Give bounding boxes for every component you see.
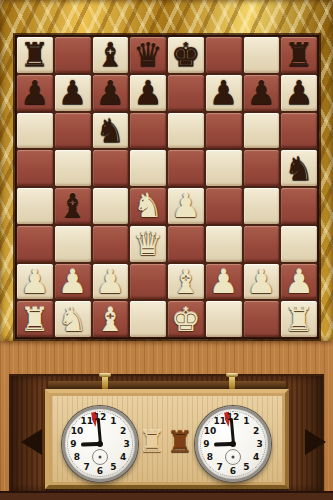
clock-numeral-1: 1	[110, 416, 116, 425]
black-pawn-b7[interactable]: ♟	[58, 76, 88, 109]
white-knight-b1[interactable]: ♞	[58, 303, 88, 336]
square-a2[interactable]: ♟	[17, 264, 53, 300]
square-g8[interactable]	[244, 37, 280, 73]
square-e4[interactable]: ♟	[168, 188, 204, 224]
clock-numeral-12: 12	[227, 413, 240, 422]
square-h1[interactable]: ♜	[281, 301, 317, 337]
square-a1[interactable]: ♜	[17, 301, 53, 337]
square-c1[interactable]: ♝	[93, 301, 129, 337]
clock-numeral-8: 8	[207, 453, 213, 462]
clock-numeral-6: 6	[230, 466, 236, 475]
white-pawn-a2[interactable]: ♟	[20, 265, 50, 298]
square-f7[interactable]: ♟	[206, 75, 242, 111]
square-f6[interactable]	[206, 113, 242, 149]
square-h2[interactable]: ♟	[281, 264, 317, 300]
square-g4[interactable]	[244, 188, 280, 224]
clock-numeral-4: 4	[253, 453, 259, 462]
black-pawn-a7[interactable]: ♟	[20, 76, 50, 109]
black-pawn-d7[interactable]: ♟	[133, 76, 163, 109]
white-rook-a1[interactable]: ♜	[20, 303, 50, 336]
clock-numeral-5: 5	[243, 463, 249, 472]
white-bishop-e2[interactable]: ♝	[171, 265, 201, 298]
right-clock-center-cap	[230, 441, 236, 447]
white-rook-h1[interactable]: ♜	[284, 303, 314, 336]
square-f4[interactable]	[206, 188, 242, 224]
black-pawn-f7[interactable]: ♟	[209, 76, 239, 109]
square-d1[interactable]	[130, 301, 166, 337]
white-bishop-c1[interactable]: ♝	[96, 303, 126, 336]
clock-numeral-8: 8	[74, 453, 80, 462]
square-d6[interactable]	[130, 113, 166, 149]
black-bishop-b4[interactable]: ♝	[58, 189, 88, 222]
square-c6[interactable]: ♞	[93, 113, 129, 149]
square-h4[interactable]	[281, 188, 317, 224]
square-e3[interactable]	[168, 226, 204, 262]
square-e1[interactable]: ♚	[168, 301, 204, 337]
square-a5[interactable]	[17, 150, 53, 186]
square-c8[interactable]: ♝	[93, 37, 129, 73]
square-f2[interactable]: ♟	[206, 264, 242, 300]
square-b6[interactable]	[55, 113, 91, 149]
black-pawn-g7[interactable]: ♟	[247, 76, 277, 109]
white-knight-d4[interactable]: ♞	[133, 189, 163, 222]
chess-app: ♜♝♛♚♜♟♟♟♟♟♟♟♞♞♝♞♟♛♟♟♟♝♟♟♟♜♞♝♚♜ 121234567…	[0, 0, 333, 500]
clock-numeral-9: 9	[203, 440, 209, 449]
square-e2[interactable]: ♝	[168, 264, 204, 300]
square-g6[interactable]	[244, 113, 280, 149]
square-h5[interactable]: ♞	[281, 150, 317, 186]
square-g5[interactable]	[244, 150, 280, 186]
square-c7[interactable]: ♟	[93, 75, 129, 111]
clock-numeral-12: 12	[94, 413, 107, 422]
prev-move-arrow-icon[interactable]	[21, 429, 42, 455]
white-pawn-e4[interactable]: ♟	[171, 189, 201, 222]
clock-button-left[interactable]	[102, 375, 108, 389]
clock-numeral-9: 9	[70, 440, 76, 449]
square-h3[interactable]	[281, 226, 317, 262]
black-rook-h8[interactable]: ♜	[284, 38, 314, 71]
square-g3[interactable]	[244, 226, 280, 262]
square-h8[interactable]: ♜	[281, 37, 317, 73]
right-clock-dial: 121234567891011	[198, 409, 268, 479]
square-e6[interactable]	[168, 113, 204, 149]
square-b7[interactable]: ♟	[55, 75, 91, 111]
square-e7[interactable]	[168, 75, 204, 111]
white-pawn-f2[interactable]: ♟	[209, 265, 239, 298]
black-pawn-h7[interactable]: ♟	[284, 76, 314, 109]
square-a8[interactable]: ♜	[17, 37, 53, 73]
black-queen-d8[interactable]: ♛	[133, 38, 163, 71]
white-rook-icon: ♜	[138, 427, 166, 457]
square-d5[interactable]	[130, 150, 166, 186]
board-wrap: ♜♝♛♚♜♟♟♟♟♟♟♟♞♞♝♞♟♛♟♟♟♝♟♟♟♜♞♝♚♜	[15, 35, 319, 339]
square-b5[interactable]	[55, 150, 91, 186]
white-pawn-g2[interactable]: ♟	[247, 265, 277, 298]
right-clock[interactable]: 121234567891011	[195, 406, 271, 482]
square-c2[interactable]: ♟	[93, 264, 129, 300]
square-a7[interactable]: ♟	[17, 75, 53, 111]
square-a6[interactable]	[17, 113, 53, 149]
square-f8[interactable]	[206, 37, 242, 73]
square-b3[interactable]	[55, 226, 91, 262]
clock-numeral-5: 5	[110, 463, 116, 472]
square-d7[interactable]: ♟	[130, 75, 166, 111]
black-rook-a8[interactable]: ♜	[20, 38, 50, 71]
clock-numeral-3: 3	[256, 440, 262, 449]
clock-numeral-2: 2	[253, 426, 259, 435]
white-pawn-b2[interactable]: ♟	[58, 265, 88, 298]
white-queen-d3[interactable]: ♛	[133, 227, 163, 260]
square-f1[interactable]	[206, 301, 242, 337]
square-d3[interactable]: ♛	[130, 226, 166, 262]
left-clock-subdial	[92, 449, 108, 465]
square-e5[interactable]	[168, 150, 204, 186]
clock-numeral-2: 2	[120, 426, 126, 435]
square-a3[interactable]	[17, 226, 53, 262]
black-knight-c6[interactable]: ♞	[96, 114, 126, 147]
clock-numeral-7: 7	[84, 463, 90, 472]
black-knight-h5[interactable]: ♞	[284, 152, 314, 185]
square-d8[interactable]: ♛	[130, 37, 166, 73]
left-clock[interactable]: 121234567891011	[62, 406, 138, 482]
square-d4[interactable]: ♞	[130, 188, 166, 224]
square-d2[interactable]	[130, 264, 166, 300]
square-b8[interactable]	[55, 37, 91, 73]
square-g7[interactable]: ♟	[244, 75, 280, 111]
square-b4[interactable]: ♝	[55, 188, 91, 224]
black-pawn-c7[interactable]: ♟	[96, 76, 126, 109]
square-h6[interactable]	[281, 113, 317, 149]
clock-numeral-11: 11	[80, 416, 93, 425]
black-king-e8[interactable]: ♚	[171, 38, 201, 71]
clock-numeral-3: 3	[123, 440, 129, 449]
left-clock-center-cap	[97, 441, 103, 447]
clock-numeral-6: 6	[97, 466, 103, 475]
square-e8[interactable]: ♚	[168, 37, 204, 73]
white-king-e1[interactable]: ♚	[171, 303, 201, 336]
right-clock-subdial	[225, 449, 241, 465]
square-b2[interactable]: ♟	[55, 264, 91, 300]
clock-numeral-7: 7	[217, 463, 223, 472]
left-clock-dial: 121234567891011	[65, 409, 135, 479]
black-bishop-c8[interactable]: ♝	[96, 38, 126, 71]
square-h7[interactable]: ♟	[281, 75, 317, 111]
white-pawn-h2[interactable]: ♟	[284, 265, 314, 298]
black-rook-icon: ♜	[166, 427, 194, 457]
square-c3[interactable]	[93, 226, 129, 262]
clock-numeral-10: 10	[204, 426, 217, 435]
square-g2[interactable]: ♟	[244, 264, 280, 300]
clock-numeral-4: 4	[120, 453, 126, 462]
square-g1[interactable]	[244, 301, 280, 337]
clock-numeral-10: 10	[71, 426, 84, 435]
chess-board: ♜♝♛♚♜♟♟♟♟♟♟♟♞♞♝♞♟♛♟♟♟♝♟♟♟♜♞♝♚♜	[17, 37, 317, 337]
clock-button-right[interactable]	[229, 375, 235, 389]
white-pawn-c2[interactable]: ♟	[96, 265, 126, 298]
square-f5[interactable]	[206, 150, 242, 186]
next-move-arrow-icon[interactable]	[305, 429, 326, 455]
bottom-edge-strip	[0, 491, 333, 500]
square-a4[interactable]	[17, 188, 53, 224]
clock-numeral-1: 1	[243, 416, 249, 425]
clock-numeral-11: 11	[213, 416, 226, 425]
square-f3[interactable]	[206, 226, 242, 262]
square-b1[interactable]: ♞	[55, 301, 91, 337]
square-c5[interactable]	[93, 150, 129, 186]
square-c4[interactable]	[93, 188, 129, 224]
